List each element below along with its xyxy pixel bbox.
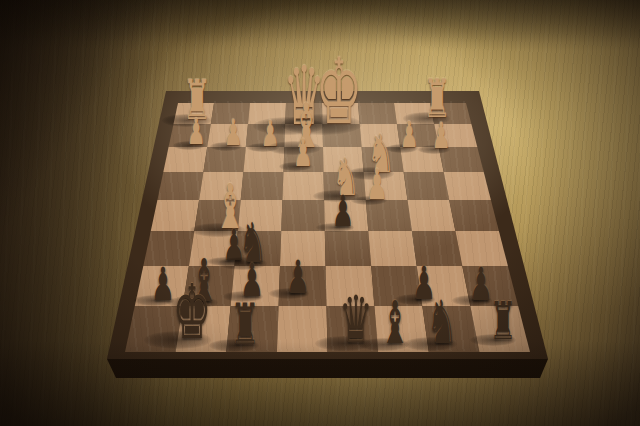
piece-white-pawn-d2[interactable]: ♟ [286,254,310,300]
piece-black-pawn-b7[interactable]: ♟ [224,115,243,151]
piece-white-bishop-f1[interactable]: ♝ [380,293,411,352]
piece-white-king-b1[interactable]: ♚ [172,275,211,350]
piece-black-pawn-h7[interactable]: ♟ [432,118,451,154]
chess-scene: ♜♜♚♛♟♟♟♝♟♟♟♞♞♟♟♝♟♞♟♟♟♟♟♝♚♜♛♝♞♜ [0,0,640,426]
piece-white-knight-g1[interactable]: ♞ [426,292,457,352]
pieces-layer: ♜♜♚♛♟♟♟♝♟♟♟♞♞♟♟♝♟♞♟♟♟♟♟♝♚♜♛♝♞♜ [0,0,640,426]
piece-white-rook-c1[interactable]: ♜ [230,296,260,353]
piece-black-pawn-c7[interactable]: ♟ [261,116,280,152]
piece-black-pawn-a7[interactable]: ♟ [187,114,206,150]
piece-black-pawn-f5[interactable]: ♟ [366,164,388,206]
piece-black-pawn-d6[interactable]: ♟ [293,134,313,172]
piece-black-pawn-g7[interactable]: ♟ [400,117,419,153]
piece-white-queen-e1[interactable]: ♛ [339,287,373,352]
piece-white-pawn-a2[interactable]: ♟ [151,261,175,307]
piece-white-rook-h1[interactable]: ♜ [489,295,516,347]
piece-white-pawn-e4[interactable]: ♟ [332,190,354,233]
